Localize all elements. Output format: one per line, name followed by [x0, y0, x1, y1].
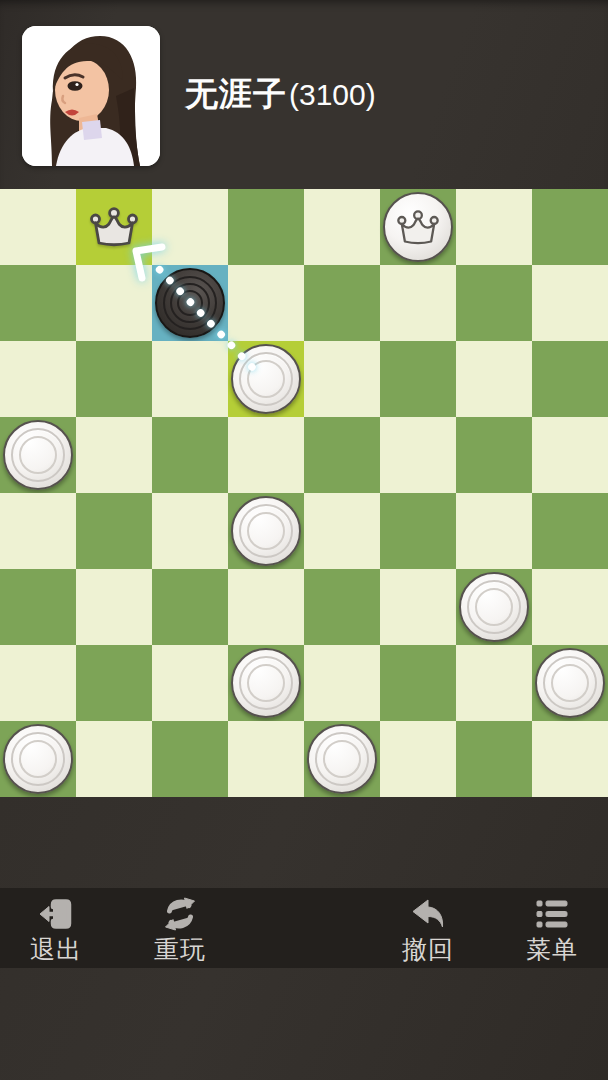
- cell-r4c4[interactable]: [304, 493, 380, 569]
- cell-r0c4[interactable]: [304, 189, 380, 265]
- cell-r7c4[interactable]: [304, 721, 380, 797]
- cell-r4c2[interactable]: [152, 493, 228, 569]
- cell-r7c5[interactable]: [380, 721, 456, 797]
- cell-r6c1[interactable]: [76, 645, 152, 721]
- cell-r2c6[interactable]: [456, 341, 532, 417]
- cell-r3c1[interactable]: [76, 417, 152, 493]
- cell-r3c7[interactable]: [532, 417, 608, 493]
- promotion-crown-icon: [90, 206, 138, 248]
- cell-r5c6[interactable]: [456, 569, 532, 645]
- cell-r2c1[interactable]: [76, 341, 152, 417]
- white-man[interactable]: [3, 724, 73, 794]
- bottom-panel: 退出 重玩 撤回: [0, 797, 608, 1080]
- undo-button[interactable]: 撤回: [392, 894, 464, 962]
- cell-r2c3[interactable]: [228, 341, 304, 417]
- cell-r4c7[interactable]: [532, 493, 608, 569]
- player-panel: 无涯子(3100): [0, 0, 608, 189]
- cell-r3c4[interactable]: [304, 417, 380, 493]
- cell-r4c5[interactable]: [380, 493, 456, 569]
- white-man[interactable]: [231, 648, 301, 718]
- menu-label: 菜单: [526, 937, 578, 962]
- cell-r0c1[interactable]: [76, 189, 152, 265]
- player-name: 无涯子(3100): [185, 0, 376, 189]
- cell-r2c7[interactable]: [532, 341, 608, 417]
- undo-icon: [408, 894, 448, 934]
- cell-r0c0[interactable]: [0, 189, 76, 265]
- white-man[interactable]: [231, 496, 301, 566]
- cell-r4c0[interactable]: [0, 493, 76, 569]
- replay-icon: [160, 894, 200, 934]
- avatar: [22, 26, 160, 166]
- toolbar: 退出 重玩 撤回: [0, 888, 608, 968]
- cell-r3c0[interactable]: [0, 417, 76, 493]
- white-man[interactable]: [231, 344, 301, 414]
- cell-r0c7[interactable]: [532, 189, 608, 265]
- cell-r7c7[interactable]: [532, 721, 608, 797]
- cell-r7c6[interactable]: [456, 721, 532, 797]
- cell-r4c1[interactable]: [76, 493, 152, 569]
- cell-r3c2[interactable]: [152, 417, 228, 493]
- cell-r5c3[interactable]: [228, 569, 304, 645]
- cell-r5c5[interactable]: [380, 569, 456, 645]
- cell-r0c2[interactable]: [152, 189, 228, 265]
- board-grid: [0, 189, 608, 797]
- cell-r6c7[interactable]: [532, 645, 608, 721]
- cell-r5c7[interactable]: [532, 569, 608, 645]
- cell-r6c0[interactable]: [0, 645, 76, 721]
- cell-r7c2[interactable]: [152, 721, 228, 797]
- menu-button[interactable]: 菜单: [516, 894, 588, 962]
- exit-label: 退出: [30, 937, 82, 962]
- cell-r6c5[interactable]: [380, 645, 456, 721]
- white-king[interactable]: [383, 192, 453, 262]
- undo-label: 撤回: [402, 937, 454, 962]
- cell-r7c0[interactable]: [0, 721, 76, 797]
- toolbar-left-group: 退出 重玩: [20, 894, 216, 962]
- cell-r1c1[interactable]: [76, 265, 152, 341]
- white-man[interactable]: [535, 648, 605, 718]
- replay-label: 重玩: [154, 937, 206, 962]
- player-rating: (3100): [289, 78, 376, 112]
- cell-r1c2[interactable]: [152, 265, 228, 341]
- cell-r3c5[interactable]: [380, 417, 456, 493]
- white-man[interactable]: [307, 724, 377, 794]
- avatar-illustration: [22, 26, 160, 166]
- white-man[interactable]: [459, 572, 529, 642]
- black-man[interactable]: [155, 268, 225, 338]
- cell-r5c4[interactable]: [304, 569, 380, 645]
- cell-r6c4[interactable]: [304, 645, 380, 721]
- player-name-text: 无涯子: [185, 72, 287, 117]
- cell-r1c6[interactable]: [456, 265, 532, 341]
- exit-icon: [36, 894, 76, 934]
- cell-r1c4[interactable]: [304, 265, 380, 341]
- cell-r0c5[interactable]: [380, 189, 456, 265]
- cell-r4c6[interactable]: [456, 493, 532, 569]
- board: [0, 189, 608, 797]
- replay-button[interactable]: 重玩: [144, 894, 216, 962]
- cell-r1c7[interactable]: [532, 265, 608, 341]
- cell-r3c3[interactable]: [228, 417, 304, 493]
- cell-r2c2[interactable]: [152, 341, 228, 417]
- cell-r0c3[interactable]: [228, 189, 304, 265]
- cell-r5c0[interactable]: [0, 569, 76, 645]
- cell-r7c1[interactable]: [76, 721, 152, 797]
- king-crown-icon: [397, 209, 439, 246]
- cell-r1c0[interactable]: [0, 265, 76, 341]
- cell-r4c3[interactable]: [228, 493, 304, 569]
- cell-r2c0[interactable]: [0, 341, 76, 417]
- cell-r7c3[interactable]: [228, 721, 304, 797]
- cell-r5c2[interactable]: [152, 569, 228, 645]
- cell-r6c3[interactable]: [228, 645, 304, 721]
- cell-r2c5[interactable]: [380, 341, 456, 417]
- exit-button[interactable]: 退出: [20, 894, 92, 962]
- cell-r2c4[interactable]: [304, 341, 380, 417]
- toolbar-right-group: 撤回 菜单: [392, 894, 588, 962]
- cell-r5c1[interactable]: [76, 569, 152, 645]
- white-man[interactable]: [3, 420, 73, 490]
- cell-r3c6[interactable]: [456, 417, 532, 493]
- cell-r6c2[interactable]: [152, 645, 228, 721]
- menu-icon: [532, 894, 572, 934]
- cell-r0c6[interactable]: [456, 189, 532, 265]
- cell-r1c3[interactable]: [228, 265, 304, 341]
- cell-r6c6[interactable]: [456, 645, 532, 721]
- cell-r1c5[interactable]: [380, 265, 456, 341]
